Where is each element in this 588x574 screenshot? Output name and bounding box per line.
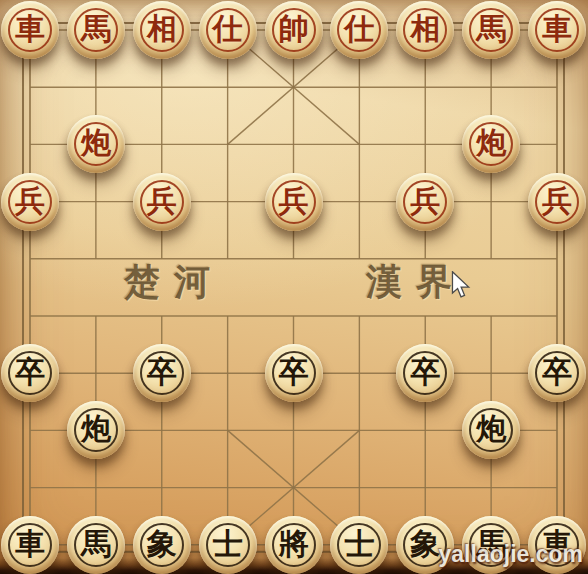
piece-red-相[interactable]: 相 (396, 1, 454, 59)
piece-black-士[interactable]: 士 (199, 516, 257, 574)
piece-red-兵[interactable]: 兵 (528, 173, 586, 231)
piece-glyph: 車 (15, 14, 45, 44)
piece-red-兵[interactable]: 兵 (265, 173, 323, 231)
piece-red-馬[interactable]: 馬 (462, 1, 520, 59)
watermark: yallaojie.com (439, 541, 583, 568)
piece-glyph: 馬 (81, 14, 111, 44)
piece-black-卒[interactable]: 卒 (396, 344, 454, 402)
piece-black-卒[interactable]: 卒 (528, 344, 586, 402)
piece-glyph: 卒 (147, 357, 177, 387)
piece-glyph: 車 (15, 529, 45, 559)
piece-glyph: 兵 (15, 186, 45, 216)
piece-glyph: 馬 (81, 529, 111, 559)
piece-glyph: 象 (147, 529, 177, 559)
piece-black-卒[interactable]: 卒 (133, 344, 191, 402)
piece-red-炮[interactable]: 炮 (462, 115, 520, 173)
piece-black-馬[interactable]: 馬 (67, 516, 125, 574)
piece-black-炮[interactable]: 炮 (67, 401, 125, 459)
piece-black-卒[interactable]: 卒 (265, 344, 323, 402)
piece-black-車[interactable]: 車 (1, 516, 59, 574)
piece-red-兵[interactable]: 兵 (396, 173, 454, 231)
mouse-cursor-icon (450, 271, 472, 302)
piece-glyph: 炮 (476, 414, 506, 444)
xiangqi-board: 楚河 漢界 車馬相仕帥仕相馬車炮炮兵兵兵兵兵卒卒卒卒卒炮炮車馬象士將士象馬車 y… (0, 0, 588, 574)
piece-red-炮[interactable]: 炮 (67, 115, 125, 173)
piece-glyph: 士 (344, 529, 374, 559)
piece-glyph: 兵 (410, 186, 440, 216)
piece-glyph: 卒 (279, 357, 309, 387)
piece-glyph: 卒 (15, 357, 45, 387)
piece-glyph: 炮 (81, 414, 111, 444)
piece-glyph: 士 (213, 529, 243, 559)
piece-red-兵[interactable]: 兵 (133, 173, 191, 231)
piece-glyph: 兵 (279, 186, 309, 216)
piece-glyph: 帥 (279, 14, 309, 44)
piece-glyph: 將 (279, 529, 309, 559)
piece-glyph: 卒 (542, 357, 572, 387)
piece-red-車[interactable]: 車 (528, 1, 586, 59)
piece-red-帥[interactable]: 帥 (265, 1, 323, 59)
piece-glyph: 炮 (81, 128, 111, 158)
piece-glyph: 相 (147, 14, 177, 44)
piece-glyph: 馬 (476, 14, 506, 44)
piece-black-將[interactable]: 將 (265, 516, 323, 574)
piece-red-仕[interactable]: 仕 (330, 1, 388, 59)
piece-black-象[interactable]: 象 (133, 516, 191, 574)
piece-glyph: 卒 (410, 357, 440, 387)
piece-red-兵[interactable]: 兵 (1, 173, 59, 231)
piece-black-卒[interactable]: 卒 (1, 344, 59, 402)
piece-glyph: 仕 (344, 14, 374, 44)
piece-glyph: 兵 (147, 186, 177, 216)
piece-red-馬[interactable]: 馬 (67, 1, 125, 59)
piece-red-相[interactable]: 相 (133, 1, 191, 59)
piece-glyph: 炮 (476, 128, 506, 158)
piece-red-車[interactable]: 車 (1, 1, 59, 59)
piece-red-仕[interactable]: 仕 (199, 1, 257, 59)
piece-glyph: 仕 (213, 14, 243, 44)
piece-black-炮[interactable]: 炮 (462, 401, 520, 459)
piece-glyph: 兵 (542, 186, 572, 216)
piece-glyph: 車 (542, 14, 572, 44)
piece-glyph: 相 (410, 14, 440, 44)
piece-glyph: 象 (410, 529, 440, 559)
piece-black-士[interactable]: 士 (330, 516, 388, 574)
pieces-layer: 車馬相仕帥仕相馬車炮炮兵兵兵兵兵卒卒卒卒卒炮炮車馬象士將士象馬車 (0, 0, 588, 574)
